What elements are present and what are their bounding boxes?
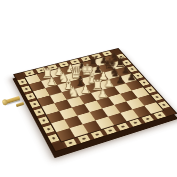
piece-black-pawn[interactable]: ♟ — [114, 74, 127, 85]
chess-board: ♜♟♟♟♜♟♞♟♞♛♚♟♚♜♝♝♝♟♞♟♞♟♜♟♟♟♟ — [13, 48, 177, 152]
piece-white-pawn[interactable]: ♟ — [78, 84, 91, 95]
piece-white-knight[interactable]: ♞ — [66, 85, 79, 98]
piece-white-pawn[interactable]: ♟ — [45, 76, 58, 87]
brass-clasp-hook-icon — [16, 102, 25, 107]
chess-set-photo: ♜♟♟♟♜♟♞♟♞♛♚♟♚♜♝♝♝♟♞♟♞♟♜♟♟♟♟ — [0, 0, 177, 177]
board-frame: ♜♟♟♟♜♟♞♟♞♛♚♟♚♜♝♝♝♟♞♟♞♟♜♟♟♟♟ — [13, 48, 177, 152]
piece-white-pawn[interactable]: ♟ — [96, 88, 109, 99]
